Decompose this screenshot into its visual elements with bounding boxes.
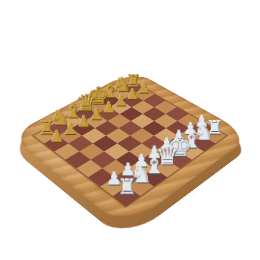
chess-set-product-photo: ♜♞♝♛♚♝♞♜♟♟♟♟♟♟♟♟♟♟♟♟♟♟♟♟♜♞♝♛♚♝♞♜ bbox=[0, 0, 260, 260]
